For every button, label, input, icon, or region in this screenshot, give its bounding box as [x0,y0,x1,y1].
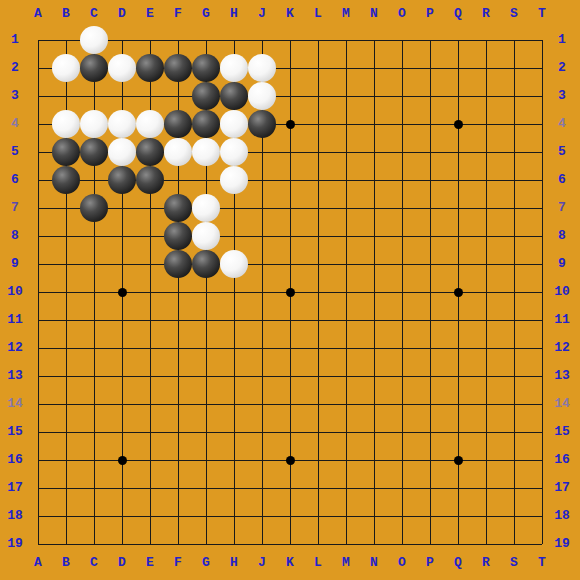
intersection-D17[interactable] [108,474,136,502]
intersection-R9[interactable] [472,250,500,278]
intersection-D9[interactable] [108,250,136,278]
intersection-N2[interactable] [360,54,388,82]
intersection-E10[interactable] [136,278,164,306]
intersection-M9[interactable] [332,250,360,278]
intersection-N12[interactable] [360,334,388,362]
intersection-L7[interactable] [304,194,332,222]
intersection-O18[interactable] [388,502,416,530]
intersection-D3[interactable] [108,82,136,110]
intersection-L6[interactable] [304,166,332,194]
intersection-C18[interactable] [80,502,108,530]
intersection-G3[interactable] [192,82,220,110]
intersection-F11[interactable] [164,306,192,334]
intersection-E14[interactable] [136,390,164,418]
intersection-H10[interactable] [220,278,248,306]
intersection-L14[interactable] [304,390,332,418]
intersection-M17[interactable] [332,474,360,502]
intersection-S13[interactable] [500,362,528,390]
intersection-S1[interactable] [500,26,528,54]
intersection-S2[interactable] [500,54,528,82]
intersection-R18[interactable] [472,502,500,530]
intersection-O16[interactable] [388,446,416,474]
intersection-N11[interactable] [360,306,388,334]
intersection-Q8[interactable] [444,222,472,250]
intersection-D6[interactable] [108,166,136,194]
intersection-B7[interactable] [52,194,80,222]
intersection-G18[interactable] [192,502,220,530]
intersection-N5[interactable] [360,138,388,166]
intersection-S11[interactable] [500,306,528,334]
intersection-O8[interactable] [388,222,416,250]
intersection-P13[interactable] [416,362,444,390]
intersection-Q15[interactable] [444,418,472,446]
intersection-D2[interactable] [108,54,136,82]
intersection-K4[interactable] [276,110,304,138]
intersection-M7[interactable] [332,194,360,222]
intersection-E5[interactable] [136,138,164,166]
intersection-H18[interactable] [220,502,248,530]
intersection-J16[interactable] [248,446,276,474]
intersection-G10[interactable] [192,278,220,306]
intersection-B5[interactable] [52,138,80,166]
intersection-G8[interactable] [192,222,220,250]
intersection-J7[interactable] [248,194,276,222]
intersection-K12[interactable] [276,334,304,362]
intersection-N8[interactable] [360,222,388,250]
intersection-H6[interactable] [220,166,248,194]
intersection-S12[interactable] [500,334,528,362]
intersection-P14[interactable] [416,390,444,418]
intersection-D19[interactable] [108,530,136,558]
intersection-G7[interactable] [192,194,220,222]
intersection-G5[interactable] [192,138,220,166]
intersection-O4[interactable] [388,110,416,138]
intersection-K8[interactable] [276,222,304,250]
intersection-C10[interactable] [80,278,108,306]
intersection-L5[interactable] [304,138,332,166]
intersection-O3[interactable] [388,82,416,110]
intersection-J12[interactable] [248,334,276,362]
intersection-G16[interactable] [192,446,220,474]
intersection-F6[interactable] [164,166,192,194]
intersection-D15[interactable] [108,418,136,446]
intersection-M19[interactable] [332,530,360,558]
intersection-P11[interactable] [416,306,444,334]
intersection-D8[interactable] [108,222,136,250]
intersection-M16[interactable] [332,446,360,474]
intersection-M13[interactable] [332,362,360,390]
intersection-M4[interactable] [332,110,360,138]
intersection-G9[interactable] [192,250,220,278]
intersection-Q11[interactable] [444,306,472,334]
intersection-O2[interactable] [388,54,416,82]
intersection-Q3[interactable] [444,82,472,110]
intersection-K16[interactable] [276,446,304,474]
intersection-J8[interactable] [248,222,276,250]
intersection-B4[interactable] [52,110,80,138]
intersection-B1[interactable] [52,26,80,54]
intersection-S15[interactable] [500,418,528,446]
intersection-M10[interactable] [332,278,360,306]
intersection-R2[interactable] [472,54,500,82]
intersection-R11[interactable] [472,306,500,334]
intersection-K15[interactable] [276,418,304,446]
intersection-O1[interactable] [388,26,416,54]
intersection-S9[interactable] [500,250,528,278]
intersection-Q13[interactable] [444,362,472,390]
intersection-B15[interactable] [52,418,80,446]
intersection-B18[interactable] [52,502,80,530]
intersection-J17[interactable] [248,474,276,502]
intersection-S3[interactable] [500,82,528,110]
intersection-N18[interactable] [360,502,388,530]
intersection-F13[interactable] [164,362,192,390]
intersection-F16[interactable] [164,446,192,474]
intersection-K7[interactable] [276,194,304,222]
intersection-C13[interactable] [80,362,108,390]
intersection-J18[interactable] [248,502,276,530]
intersection-F8[interactable] [164,222,192,250]
intersection-S4[interactable] [500,110,528,138]
intersection-B19[interactable] [52,530,80,558]
intersection-R15[interactable] [472,418,500,446]
intersection-B14[interactable] [52,390,80,418]
intersection-H11[interactable] [220,306,248,334]
intersection-E4[interactable] [136,110,164,138]
intersection-B2[interactable] [52,54,80,82]
intersection-H12[interactable] [220,334,248,362]
intersection-O11[interactable] [388,306,416,334]
intersection-H13[interactable] [220,362,248,390]
intersection-M6[interactable] [332,166,360,194]
intersection-M2[interactable] [332,54,360,82]
intersection-P1[interactable] [416,26,444,54]
intersection-J6[interactable] [248,166,276,194]
intersection-G17[interactable] [192,474,220,502]
intersection-N19[interactable] [360,530,388,558]
intersection-H17[interactable] [220,474,248,502]
intersection-M5[interactable] [332,138,360,166]
intersection-N6[interactable] [360,166,388,194]
intersection-E16[interactable] [136,446,164,474]
intersection-F14[interactable] [164,390,192,418]
intersection-P4[interactable] [416,110,444,138]
intersection-H8[interactable] [220,222,248,250]
intersection-Q18[interactable] [444,502,472,530]
intersection-F3[interactable] [164,82,192,110]
intersection-B3[interactable] [52,82,80,110]
intersection-H15[interactable] [220,418,248,446]
intersection-D5[interactable] [108,138,136,166]
intersection-F18[interactable] [164,502,192,530]
intersection-S17[interactable] [500,474,528,502]
intersection-C9[interactable] [80,250,108,278]
intersection-P12[interactable] [416,334,444,362]
intersection-C17[interactable] [80,474,108,502]
intersection-D10[interactable] [108,278,136,306]
intersection-E19[interactable] [136,530,164,558]
intersection-J13[interactable] [248,362,276,390]
intersection-G12[interactable] [192,334,220,362]
intersection-B16[interactable] [52,446,80,474]
intersection-P8[interactable] [416,222,444,250]
intersection-P7[interactable] [416,194,444,222]
intersection-F9[interactable] [164,250,192,278]
intersection-E7[interactable] [136,194,164,222]
intersection-L15[interactable] [304,418,332,446]
intersection-J11[interactable] [248,306,276,334]
intersection-Q10[interactable] [444,278,472,306]
intersection-K19[interactable] [276,530,304,558]
intersection-K5[interactable] [276,138,304,166]
intersection-H3[interactable] [220,82,248,110]
intersection-N4[interactable] [360,110,388,138]
intersection-G6[interactable] [192,166,220,194]
intersection-L3[interactable] [304,82,332,110]
intersection-M11[interactable] [332,306,360,334]
intersection-G13[interactable] [192,362,220,390]
intersection-B8[interactable] [52,222,80,250]
intersection-S5[interactable] [500,138,528,166]
intersection-K3[interactable] [276,82,304,110]
intersection-P19[interactable] [416,530,444,558]
intersection-P5[interactable] [416,138,444,166]
intersection-M15[interactable] [332,418,360,446]
intersection-P3[interactable] [416,82,444,110]
intersection-M12[interactable] [332,334,360,362]
intersection-F2[interactable] [164,54,192,82]
intersection-H7[interactable] [220,194,248,222]
intersection-L8[interactable] [304,222,332,250]
intersection-S6[interactable] [500,166,528,194]
intersection-G2[interactable] [192,54,220,82]
intersection-C19[interactable] [80,530,108,558]
intersection-H4[interactable] [220,110,248,138]
intersection-H5[interactable] [220,138,248,166]
intersection-S19[interactable] [500,530,528,558]
intersection-K11[interactable] [276,306,304,334]
intersection-S14[interactable] [500,390,528,418]
intersection-C3[interactable] [80,82,108,110]
intersection-O6[interactable] [388,166,416,194]
intersection-F19[interactable] [164,530,192,558]
intersection-J5[interactable] [248,138,276,166]
intersection-K10[interactable] [276,278,304,306]
intersection-D1[interactable] [108,26,136,54]
intersection-F17[interactable] [164,474,192,502]
intersection-E6[interactable] [136,166,164,194]
intersection-R10[interactable] [472,278,500,306]
intersection-E18[interactable] [136,502,164,530]
intersection-F1[interactable] [164,26,192,54]
intersection-J19[interactable] [248,530,276,558]
intersection-J4[interactable] [248,110,276,138]
intersection-M1[interactable] [332,26,360,54]
intersection-G1[interactable] [192,26,220,54]
intersection-Q9[interactable] [444,250,472,278]
intersection-O17[interactable] [388,474,416,502]
intersection-K17[interactable] [276,474,304,502]
intersection-C7[interactable] [80,194,108,222]
intersection-P17[interactable] [416,474,444,502]
intersection-O14[interactable] [388,390,416,418]
intersection-C8[interactable] [80,222,108,250]
intersection-L4[interactable] [304,110,332,138]
intersection-C11[interactable] [80,306,108,334]
intersection-L2[interactable] [304,54,332,82]
intersection-O10[interactable] [388,278,416,306]
intersection-Q17[interactable] [444,474,472,502]
intersection-O5[interactable] [388,138,416,166]
intersection-K1[interactable] [276,26,304,54]
intersection-F7[interactable] [164,194,192,222]
intersection-L1[interactable] [304,26,332,54]
intersection-D16[interactable] [108,446,136,474]
intersection-L18[interactable] [304,502,332,530]
intersection-S8[interactable] [500,222,528,250]
intersection-F5[interactable] [164,138,192,166]
intersection-K6[interactable] [276,166,304,194]
intersection-H9[interactable] [220,250,248,278]
intersection-B13[interactable] [52,362,80,390]
intersection-C1[interactable] [80,26,108,54]
intersection-J9[interactable] [248,250,276,278]
intersection-B11[interactable] [52,306,80,334]
intersection-J10[interactable] [248,278,276,306]
intersection-S7[interactable] [500,194,528,222]
intersection-G4[interactable] [192,110,220,138]
intersection-C6[interactable] [80,166,108,194]
intersection-O12[interactable] [388,334,416,362]
intersection-B10[interactable] [52,278,80,306]
intersection-L16[interactable] [304,446,332,474]
intersection-N7[interactable] [360,194,388,222]
intersection-O15[interactable] [388,418,416,446]
intersection-G14[interactable] [192,390,220,418]
intersection-G19[interactable] [192,530,220,558]
intersection-N14[interactable] [360,390,388,418]
intersection-E2[interactable] [136,54,164,82]
intersection-R3[interactable] [472,82,500,110]
intersection-R1[interactable] [472,26,500,54]
intersection-J2[interactable] [248,54,276,82]
intersection-L10[interactable] [304,278,332,306]
intersection-M14[interactable] [332,390,360,418]
intersection-B12[interactable] [52,334,80,362]
intersection-E12[interactable] [136,334,164,362]
intersection-R4[interactable] [472,110,500,138]
intersection-S18[interactable] [500,502,528,530]
intersection-K14[interactable] [276,390,304,418]
intersection-E11[interactable] [136,306,164,334]
intersection-P2[interactable] [416,54,444,82]
intersection-P16[interactable] [416,446,444,474]
intersection-N9[interactable] [360,250,388,278]
intersection-F15[interactable] [164,418,192,446]
intersection-H1[interactable] [220,26,248,54]
intersection-Q12[interactable] [444,334,472,362]
intersection-Q6[interactable] [444,166,472,194]
intersection-E15[interactable] [136,418,164,446]
intersection-D18[interactable] [108,502,136,530]
intersection-R5[interactable] [472,138,500,166]
intersection-L13[interactable] [304,362,332,390]
intersection-O9[interactable] [388,250,416,278]
intersection-B6[interactable] [52,166,80,194]
intersection-S10[interactable] [500,278,528,306]
intersection-G15[interactable] [192,418,220,446]
intersection-P6[interactable] [416,166,444,194]
intersection-N17[interactable] [360,474,388,502]
intersection-R12[interactable] [472,334,500,362]
intersection-E1[interactable] [136,26,164,54]
intersection-C12[interactable] [80,334,108,362]
intersection-D12[interactable] [108,334,136,362]
intersection-J15[interactable] [248,418,276,446]
intersection-D11[interactable] [108,306,136,334]
intersection-Q2[interactable] [444,54,472,82]
intersection-J1[interactable] [248,26,276,54]
intersection-B17[interactable] [52,474,80,502]
intersection-L12[interactable] [304,334,332,362]
intersection-N16[interactable] [360,446,388,474]
intersection-M3[interactable] [332,82,360,110]
intersection-K9[interactable] [276,250,304,278]
intersection-Q14[interactable] [444,390,472,418]
intersection-J3[interactable] [248,82,276,110]
intersection-K13[interactable] [276,362,304,390]
intersection-R6[interactable] [472,166,500,194]
intersection-S16[interactable] [500,446,528,474]
intersection-N13[interactable] [360,362,388,390]
intersection-R16[interactable] [472,446,500,474]
intersection-Q16[interactable] [444,446,472,474]
intersection-E8[interactable] [136,222,164,250]
intersection-Q7[interactable] [444,194,472,222]
intersection-Q5[interactable] [444,138,472,166]
intersection-P15[interactable] [416,418,444,446]
intersection-R19[interactable] [472,530,500,558]
intersection-D4[interactable] [108,110,136,138]
intersection-N15[interactable] [360,418,388,446]
intersection-E3[interactable] [136,82,164,110]
intersection-Q19[interactable] [444,530,472,558]
intersection-O13[interactable] [388,362,416,390]
intersection-H2[interactable] [220,54,248,82]
intersection-C5[interactable] [80,138,108,166]
intersection-P9[interactable] [416,250,444,278]
intersection-L11[interactable] [304,306,332,334]
intersection-N1[interactable] [360,26,388,54]
intersection-L19[interactable] [304,530,332,558]
intersection-E9[interactable] [136,250,164,278]
intersection-P10[interactable] [416,278,444,306]
intersection-G11[interactable] [192,306,220,334]
intersection-B9[interactable] [52,250,80,278]
intersection-O7[interactable] [388,194,416,222]
intersection-H14[interactable] [220,390,248,418]
intersection-D13[interactable] [108,362,136,390]
intersection-D7[interactable] [108,194,136,222]
intersection-R8[interactable] [472,222,500,250]
intersection-O19[interactable] [388,530,416,558]
intersection-R17[interactable] [472,474,500,502]
intersection-C15[interactable] [80,418,108,446]
intersection-K2[interactable] [276,54,304,82]
intersection-L17[interactable] [304,474,332,502]
intersection-C16[interactable] [80,446,108,474]
intersection-F12[interactable] [164,334,192,362]
